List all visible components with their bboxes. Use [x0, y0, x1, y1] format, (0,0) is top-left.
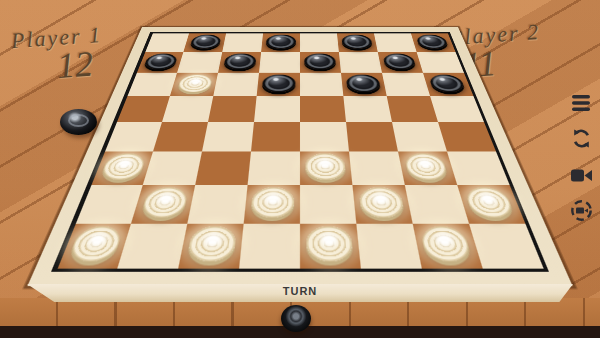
board-front-edge: TURN — [27, 284, 573, 302]
white-checker-r7c4[interactable] — [251, 187, 294, 217]
captured-piece-ring — [68, 114, 89, 127]
restart-button[interactable] — [567, 124, 595, 152]
dark-checker-r3c4[interactable] — [262, 74, 295, 92]
board-square-r1c1[interactable] — [145, 33, 189, 52]
board-square-r8c2[interactable] — [118, 223, 188, 268]
board-square-r5c6[interactable] — [346, 122, 398, 151]
camera-view-button[interactable] — [567, 196, 595, 224]
board-square-r1c5[interactable] — [300, 33, 339, 52]
menu-button[interactable] — [567, 89, 595, 117]
white-checker-r6c5[interactable] — [305, 154, 345, 180]
board-square-r5c5[interactable] — [300, 122, 349, 151]
board-square-r4c1[interactable] — [117, 96, 171, 122]
board-square-r8c4[interactable] — [239, 223, 300, 268]
board-square-r3c7[interactable] — [382, 73, 430, 96]
board-play-area — [57, 33, 543, 268]
board-square-r8c6[interactable] — [356, 223, 421, 268]
board-square-r5c2[interactable] — [153, 122, 208, 151]
board-square-r3c5[interactable] — [300, 73, 343, 96]
dark-checker-r2c5[interactable] — [304, 53, 336, 69]
captured-dark-piece — [60, 109, 97, 135]
board-square-r3c3[interactable] — [214, 73, 260, 96]
board-square-r6c3[interactable] — [195, 151, 251, 184]
restart-icon — [571, 128, 592, 149]
board-square-r2c2[interactable] — [177, 52, 222, 73]
board-square-r3c1[interactable] — [127, 73, 177, 96]
player1-score: 12 — [56, 48, 105, 82]
board-square-r2c6[interactable] — [339, 52, 382, 73]
board-square-r4c5[interactable] — [300, 96, 346, 122]
board-square-r6c2[interactable] — [143, 151, 202, 184]
board-square-r4c4[interactable] — [254, 96, 300, 122]
board-square-r4c6[interactable] — [343, 96, 392, 122]
turn-label: TURN — [27, 285, 573, 297]
camera-rotate-icon — [570, 199, 593, 222]
player1-score-panel: Player 1 12 — [10, 22, 105, 85]
board-square-r7c5[interactable] — [300, 185, 356, 224]
board-square-r6c6[interactable] — [349, 151, 405, 184]
board-square-r2c8[interactable] — [416, 52, 463, 73]
board-square-r1c3[interactable] — [222, 33, 263, 52]
board-square-r6c4[interactable] — [248, 151, 300, 184]
board-square-r7c3[interactable] — [188, 185, 248, 224]
video-button[interactable] — [567, 161, 595, 189]
board-square-r5c3[interactable] — [202, 122, 254, 151]
board-square-r2c4[interactable] — [259, 52, 300, 73]
menu-icon — [570, 93, 592, 113]
board-square-r5c4[interactable] — [251, 122, 300, 151]
board-square-r4c2[interactable] — [162, 96, 213, 122]
board-square-r4c3[interactable] — [208, 96, 257, 122]
turn-indicator-piece — [281, 305, 311, 332]
board-square-r1c7[interactable] — [374, 33, 417, 52]
game-scene: Player 1 12 Player 2 11 TURN — [0, 0, 600, 338]
video-camera-icon — [570, 167, 593, 184]
